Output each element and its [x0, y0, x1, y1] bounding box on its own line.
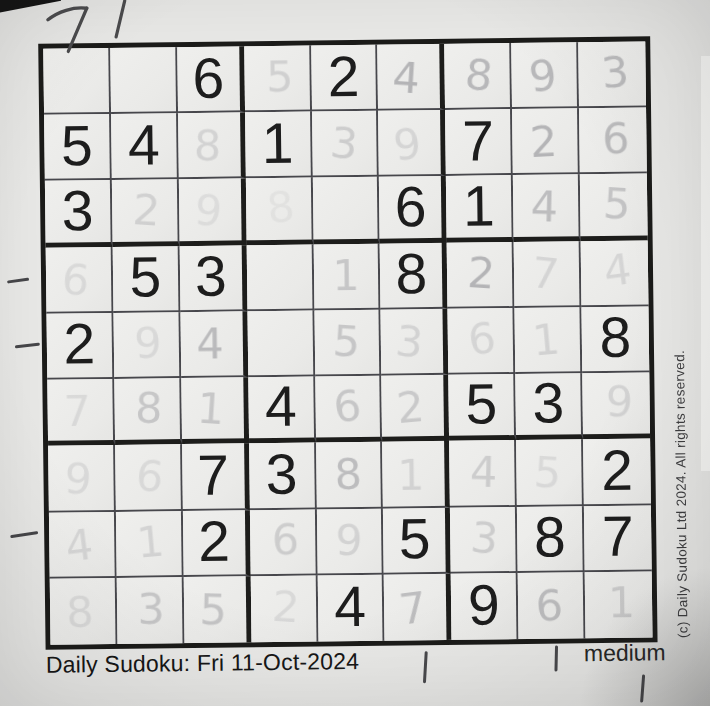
- cell-r2c5[interactable]: 3: [312, 111, 380, 178]
- pencil-digit: 3: [469, 516, 501, 562]
- pencil-digit: 9: [63, 457, 93, 502]
- pencil-digit: 2: [395, 385, 426, 430]
- pencil-digit: 6: [134, 454, 166, 500]
- pencil-digit: 7: [529, 251, 561, 297]
- cell-r7c4[interactable]: 3: [249, 443, 317, 510]
- cell-r5c5[interactable]: 5: [314, 310, 382, 377]
- pencil-digit: 5: [199, 588, 227, 632]
- cell-r1c3[interactable]: 6: [177, 46, 245, 113]
- cell-r3c5[interactable]: [312, 177, 380, 244]
- cell-r7c8[interactable]: 5: [516, 440, 584, 507]
- cell-r3c7[interactable]: 1: [446, 175, 514, 242]
- cell-r7c9[interactable]: 2: [583, 439, 651, 506]
- given-digit: 6: [394, 178, 426, 235]
- cell-r3c4[interactable]: 8: [246, 178, 314, 245]
- cell-r8c2[interactable]: 1: [116, 511, 184, 578]
- pencil-digit: 6: [602, 117, 630, 160]
- pencil-digit: 9: [193, 188, 225, 234]
- cell-r6c2[interactable]: 8: [114, 378, 182, 445]
- cell-r7c6[interactable]: 1: [383, 441, 451, 508]
- cell-r5c3[interactable]: 4: [180, 311, 248, 378]
- cell-r8c4[interactable]: 6: [250, 509, 318, 576]
- pen-mark-slash: [110, 0, 133, 41]
- pencil-digit: 4: [391, 55, 421, 100]
- pencil-digit: 8: [334, 452, 363, 496]
- pencil-digit: 3: [329, 121, 361, 167]
- cell-r3c1[interactable]: 3: [45, 180, 113, 247]
- pencil-digit: 5: [533, 450, 563, 495]
- cell-r9c9[interactable]: 1: [585, 571, 653, 638]
- cell-r9c7[interactable]: 9: [451, 573, 519, 640]
- pencil-digit: 6: [535, 584, 564, 628]
- pencil-digit: 2: [271, 585, 301, 630]
- pencil-digit: 1: [135, 520, 166, 565]
- cell-r3c6[interactable]: 6: [379, 176, 447, 243]
- cell-r9c1[interactable]: 8: [50, 578, 118, 645]
- cell-r7c7[interactable]: 4: [449, 440, 517, 507]
- pencil-digit: 5: [266, 55, 294, 98]
- pencil-digit: 9: [133, 322, 162, 366]
- given-digit: 8: [395, 245, 427, 302]
- pencil-digit: 6: [271, 518, 299, 561]
- pencil-digit: 4: [601, 248, 634, 294]
- caption-row: Daily Sudoku: Fri 11-Oct-2024 medium: [46, 644, 666, 679]
- cell-r8c7[interactable]: 3: [450, 507, 518, 574]
- given-digit: 5: [129, 249, 161, 306]
- cell-r4c8[interactable]: 7: [514, 241, 582, 308]
- cell-r9c8[interactable]: 6: [518, 572, 586, 639]
- cell-r7c1[interactable]: 9: [48, 445, 116, 512]
- pencil-digit: 4: [530, 185, 558, 229]
- cell-r6c6[interactable]: 2: [382, 375, 450, 442]
- given-digit: 4: [265, 378, 297, 435]
- cell-r1c7[interactable]: 8: [445, 43, 513, 110]
- given-digit: 5: [398, 510, 430, 567]
- cell-r8c9[interactable]: 7: [584, 505, 652, 572]
- given-digit: 9: [468, 577, 500, 634]
- given-digit: 8: [534, 509, 566, 566]
- puzzle-page: 6524893548139726329861456531827429453618…: [0, 0, 710, 706]
- cell-r5c7[interactable]: 6: [448, 308, 516, 375]
- cell-r2c2[interactable]: 4: [111, 113, 179, 180]
- pen-mark-seven: [42, 0, 103, 56]
- pen-dash-1: [7, 278, 29, 284]
- pencil-digit: 8: [265, 184, 298, 230]
- pencil-digit: 2: [131, 188, 161, 233]
- cell-r6c8[interactable]: 3: [515, 373, 583, 440]
- given-digit: 7: [462, 112, 494, 169]
- cell-r6c9[interactable]: 9: [582, 373, 650, 440]
- cell-r4c7[interactable]: 2: [447, 242, 515, 309]
- cell-r3c9[interactable]: 5: [580, 174, 648, 241]
- cell-r4c4[interactable]: [246, 244, 314, 311]
- pen-dash-3: [10, 531, 38, 538]
- cell-r9c3[interactable]: 5: [183, 576, 251, 643]
- pencil-digit: 9: [605, 380, 633, 424]
- given-digit: 4: [128, 116, 160, 173]
- cell-r7c5[interactable]: 8: [316, 442, 384, 509]
- given-digit: 1: [261, 115, 293, 172]
- pencil-digit: 1: [196, 387, 226, 432]
- given-digit: 3: [195, 248, 227, 305]
- cell-r8c3[interactable]: 2: [183, 510, 251, 577]
- pen-tick-3: [640, 674, 645, 702]
- given-digit: 8: [599, 309, 631, 366]
- cell-r2c8[interactable]: 2: [512, 108, 580, 175]
- pencil-digit: 1: [332, 254, 360, 297]
- cell-r6c1[interactable]: 7: [47, 379, 115, 446]
- pencil-digit: 4: [196, 323, 224, 366]
- cell-r5c8[interactable]: 1: [515, 307, 583, 374]
- sudoku-board: 6524893548139726329861456531827429453618…: [38, 36, 657, 649]
- cell-r2c1[interactable]: 5: [44, 114, 112, 181]
- paper-edge-highlight: [701, 56, 710, 471]
- cell-r9c2[interactable]: 3: [117, 577, 185, 644]
- cell-r1c4[interactable]: 5: [244, 46, 312, 113]
- pencil-digit: 4: [470, 450, 498, 494]
- cell-r6c5[interactable]: 6: [315, 376, 383, 443]
- cell-r8c6[interactable]: 5: [383, 507, 451, 574]
- given-digit: 6: [192, 49, 224, 106]
- given-digit: 1: [463, 177, 495, 234]
- pencil-digit: 6: [331, 384, 364, 430]
- cell-r3c2[interactable]: 2: [112, 180, 180, 247]
- cell-r4c3[interactable]: 3: [179, 245, 247, 312]
- given-digit: 2: [198, 513, 230, 570]
- pencil-digit: 3: [599, 50, 630, 95]
- cell-r5c4[interactable]: [247, 310, 315, 377]
- cell-r6c4[interactable]: 4: [248, 377, 316, 444]
- given-digit: 3: [532, 375, 564, 432]
- pencil-digit: 9: [391, 121, 424, 167]
- cell-r2c4[interactable]: 1: [245, 112, 313, 179]
- given-digit: 2: [601, 442, 633, 499]
- pencil-digit: 2: [466, 251, 496, 296]
- given-digit: 4: [334, 578, 366, 635]
- pencil-digit: 7: [63, 390, 91, 433]
- pencil-digit: 4: [63, 523, 96, 569]
- pencil-digit: 5: [602, 181, 632, 226]
- pencil-digit: 3: [137, 588, 165, 631]
- cell-r5c9[interactable]: 8: [582, 306, 650, 373]
- given-digit: 3: [265, 446, 297, 503]
- cell-r3c8[interactable]: 4: [513, 175, 581, 242]
- cell-r4c1[interactable]: 6: [46, 247, 114, 314]
- puzzle-caption: Daily Sudoku: Fri 11-Oct-2024: [46, 648, 360, 679]
- given-digit: 2: [327, 48, 359, 105]
- cell-r2c9[interactable]: 6: [579, 108, 647, 175]
- cell-r5c2[interactable]: 9: [113, 312, 181, 379]
- pencil-digit: 3: [393, 320, 425, 366]
- pencil-digit: 2: [529, 120, 558, 164]
- cell-r1c5[interactable]: 2: [311, 45, 379, 112]
- pencil-digit: 8: [193, 124, 221, 168]
- pencil-digit: 7: [396, 586, 429, 632]
- cell-r4c6[interactable]: 8: [380, 243, 448, 310]
- given-digit: 5: [465, 375, 497, 432]
- cell-r2c6[interactable]: 9: [378, 110, 446, 177]
- cell-r1c8[interactable]: 9: [511, 42, 579, 109]
- cell-r7c2[interactable]: 6: [115, 444, 183, 511]
- cell-r2c7[interactable]: 7: [445, 109, 513, 176]
- given-digit: 3: [61, 182, 93, 239]
- cell-r7c3[interactable]: 7: [182, 444, 250, 511]
- cell-r8c8[interactable]: 8: [517, 506, 585, 573]
- cell-r9c6[interactable]: 7: [384, 574, 452, 641]
- cell-r9c4[interactable]: 2: [250, 575, 318, 642]
- cell-r5c1[interactable]: 2: [46, 313, 114, 380]
- pencil-digit: 1: [608, 581, 636, 624]
- copyright-text: (c) Daily Sudoku Ltd 2024. All rights re…: [671, 286, 690, 638]
- cell-r4c2[interactable]: 5: [113, 246, 181, 313]
- cell-r4c9[interactable]: 4: [581, 240, 649, 307]
- given-digit: 7: [602, 508, 634, 565]
- pencil-digit: 9: [527, 53, 560, 99]
- pencil-digit: 5: [332, 320, 362, 365]
- difficulty-label: medium: [584, 639, 666, 667]
- pencil-digit: 8: [65, 591, 94, 635]
- pencil-digit: 9: [335, 519, 363, 563]
- pencil-digit: 1: [531, 318, 562, 363]
- pencil-digit: 8: [463, 52, 495, 98]
- cell-r3c3[interactable]: 9: [179, 179, 247, 246]
- cell-r1c9[interactable]: 3: [578, 41, 646, 108]
- given-digit: 5: [61, 117, 93, 174]
- cell-r6c7[interactable]: 5: [449, 374, 517, 441]
- given-digit: 7: [197, 446, 229, 503]
- cell-r6c3[interactable]: 1: [181, 377, 249, 444]
- cell-r8c5[interactable]: 9: [316, 508, 384, 575]
- pen-dash-2: [15, 343, 40, 349]
- pencil-digit: 1: [397, 454, 425, 497]
- cell-r4c5[interactable]: 1: [313, 243, 381, 310]
- cell-r5c6[interactable]: 3: [381, 309, 449, 376]
- given-digit: 2: [63, 316, 95, 373]
- pencil-digit: 6: [466, 316, 499, 362]
- cell-r1c2[interactable]: [110, 47, 178, 114]
- pencil-digit: 6: [60, 258, 92, 304]
- cell-r8c1[interactable]: 4: [49, 511, 117, 578]
- cell-r1c6[interactable]: 4: [378, 44, 446, 111]
- cell-r2c3[interactable]: 8: [178, 113, 246, 180]
- cell-r9c5[interactable]: 4: [317, 574, 385, 641]
- pencil-digit: 8: [134, 387, 162, 431]
- cell-r1c1[interactable]: [43, 48, 111, 115]
